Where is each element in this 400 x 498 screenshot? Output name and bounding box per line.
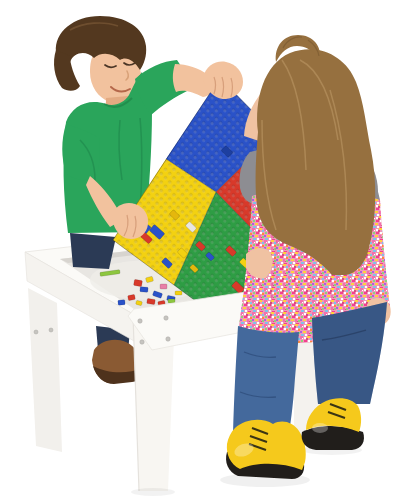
floor-shadow-table-leg [131, 488, 175, 496]
brick [128, 294, 136, 300]
brick [175, 291, 182, 295]
screw [49, 328, 53, 332]
photo-canvas [0, 0, 400, 498]
screw [138, 319, 142, 323]
brick [147, 298, 156, 304]
brick [160, 284, 167, 289]
girl-boot-right-shine [312, 423, 328, 433]
girl-boot-left [227, 420, 306, 470]
screw [164, 316, 168, 320]
table-leg-back-left [28, 288, 62, 452]
photo-stage [0, 0, 400, 498]
brick [168, 299, 175, 303]
brick [140, 287, 148, 293]
boy-hair-side [54, 50, 80, 91]
brick [118, 300, 125, 306]
screw [140, 340, 144, 344]
brick [134, 279, 143, 286]
screw [34, 330, 38, 334]
girl-jeans-right-shade [312, 302, 387, 404]
boy-jeans-hip [70, 233, 116, 269]
screw [166, 337, 170, 341]
